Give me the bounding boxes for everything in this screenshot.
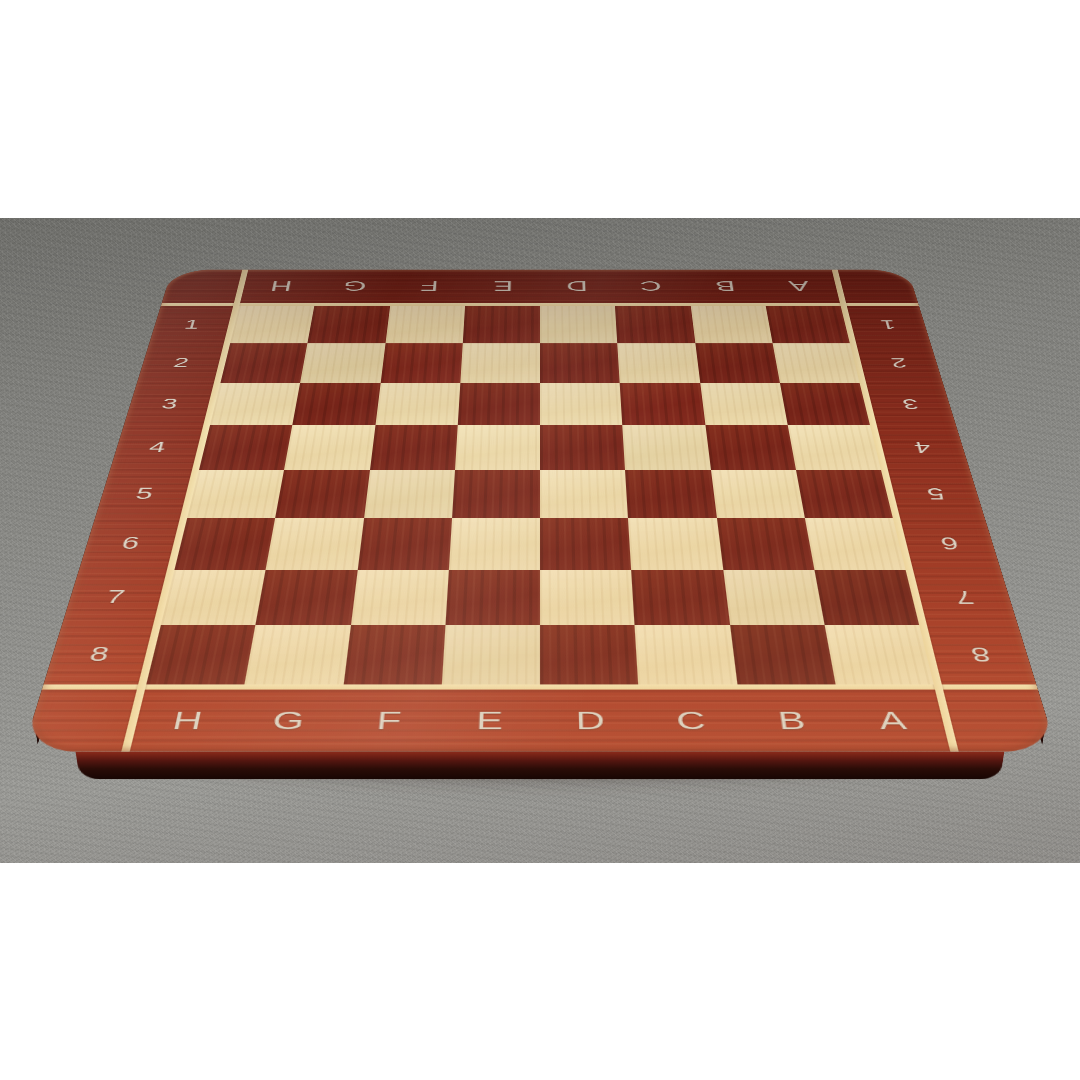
square-g5 — [275, 470, 369, 518]
square-h3 — [210, 383, 300, 425]
rank-label-left-8: 8 — [43, 625, 153, 685]
square-e1 — [463, 306, 540, 343]
rank-label-right-3: 3 — [866, 383, 956, 425]
square-d8 — [540, 625, 638, 685]
perspective-scene: HGFEDCBA HGFEDCBA 12345678 12345678 — [110, 40, 970, 900]
rank-label-left-3: 3 — [124, 383, 214, 425]
file-label-bottom-a: A — [836, 690, 950, 752]
square-a1 — [766, 306, 850, 343]
rank-label-left-5: 5 — [95, 470, 192, 518]
square-e5 — [452, 470, 540, 518]
square-d7 — [540, 570, 635, 625]
rank-label-left-4: 4 — [110, 425, 203, 470]
file-label-top-f: F — [390, 270, 467, 304]
file-label-bottom-e: E — [437, 690, 540, 752]
board-front-edge — [76, 752, 1005, 779]
square-h1 — [230, 306, 314, 343]
square-f2 — [380, 343, 462, 383]
square-a3 — [780, 383, 870, 425]
rank-label-right-6: 6 — [900, 518, 1001, 569]
square-a8 — [824, 625, 933, 685]
square-a5 — [796, 470, 893, 518]
square-c3 — [620, 383, 705, 425]
square-d3 — [540, 383, 622, 425]
file-label-bottom-f: F — [335, 690, 441, 752]
square-d5 — [540, 470, 628, 518]
square-e3 — [458, 383, 540, 425]
square-c8 — [635, 625, 737, 685]
square-c1 — [615, 306, 695, 343]
file-label-top-h: H — [240, 270, 321, 304]
file-label-bottom-c: C — [639, 690, 745, 752]
square-b4 — [705, 425, 796, 470]
square-h7 — [161, 570, 266, 625]
square-h5 — [187, 470, 284, 518]
square-e8 — [442, 625, 540, 685]
square-b2 — [695, 343, 780, 383]
file-label-top-c: C — [613, 270, 690, 304]
square-a4 — [787, 425, 881, 470]
rank-label-left-2: 2 — [137, 343, 224, 383]
square-h4 — [199, 425, 293, 470]
square-f3 — [375, 383, 460, 425]
file-labels-top: HGFEDCBA — [240, 270, 840, 304]
square-a6 — [805, 518, 906, 569]
square-e2 — [460, 343, 540, 383]
square-b1 — [690, 306, 772, 343]
square-g2 — [300, 343, 385, 383]
board-top-surface: HGFEDCBA HGFEDCBA 12345678 12345678 — [23, 270, 1058, 752]
rank-label-left-6: 6 — [79, 518, 180, 569]
square-e4 — [455, 425, 540, 470]
square-c6 — [628, 518, 723, 569]
square-g7 — [256, 570, 358, 625]
square-c4 — [622, 425, 710, 470]
square-f5 — [364, 470, 455, 518]
square-f8 — [343, 625, 445, 685]
square-d1 — [540, 306, 617, 343]
file-label-bottom-d: D — [540, 690, 643, 752]
chess-board: HGFEDCBA HGFEDCBA 12345678 12345678 — [23, 270, 1058, 752]
square-h8 — [146, 625, 255, 685]
rank-label-left-7: 7 — [62, 570, 167, 625]
file-label-top-a: A — [759, 270, 840, 304]
square-c7 — [631, 570, 729, 625]
square-b8 — [730, 625, 836, 685]
file-label-bottom-b: B — [737, 690, 847, 752]
square-d4 — [540, 425, 625, 470]
square-f1 — [385, 306, 465, 343]
square-b5 — [711, 470, 805, 518]
inlay-line-bottom — [42, 684, 1038, 689]
file-label-bottom-g: G — [232, 690, 342, 752]
square-c2 — [617, 343, 699, 383]
playing-field — [146, 306, 933, 684]
square-f6 — [357, 518, 452, 569]
square-g8 — [245, 625, 351, 685]
square-b7 — [723, 570, 825, 625]
square-b3 — [700, 383, 788, 425]
rank-label-right-5: 5 — [888, 470, 985, 518]
square-a2 — [772, 343, 859, 383]
rank-label-right-4: 4 — [877, 425, 970, 470]
square-c5 — [625, 470, 716, 518]
product-photo: HGFEDCBA HGFEDCBA 12345678 12345678 — [0, 0, 1080, 1080]
rank-label-right-7: 7 — [913, 570, 1018, 625]
square-g3 — [293, 383, 381, 425]
square-e6 — [449, 518, 540, 569]
file-label-top-d: D — [540, 270, 615, 304]
square-g1 — [308, 306, 390, 343]
square-d6 — [540, 518, 631, 569]
rank-label-right-2: 2 — [856, 343, 943, 383]
file-labels-bottom: HGFEDCBA — [130, 690, 951, 752]
square-h6 — [175, 518, 276, 569]
file-label-top-b: B — [686, 270, 765, 304]
square-g4 — [284, 425, 375, 470]
square-e7 — [445, 570, 540, 625]
file-label-bottom-h: H — [130, 690, 244, 752]
rank-label-right-8: 8 — [927, 625, 1037, 685]
square-d2 — [540, 343, 620, 383]
square-f7 — [350, 570, 448, 625]
rank-label-right-1: 1 — [847, 306, 931, 343]
file-label-top-g: G — [315, 270, 394, 304]
file-label-top-e: E — [465, 270, 540, 304]
square-f4 — [370, 425, 458, 470]
square-h2 — [220, 343, 307, 383]
square-g6 — [266, 518, 364, 569]
square-a7 — [814, 570, 919, 625]
rank-label-left-1: 1 — [149, 306, 233, 343]
square-b6 — [716, 518, 814, 569]
